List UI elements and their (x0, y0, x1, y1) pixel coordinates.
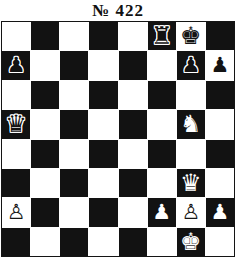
square-f1[interactable] (148, 228, 176, 256)
piece-black-queen: ♛ (5, 112, 27, 136)
square-e6[interactable] (119, 81, 147, 109)
square-d2[interactable] (89, 198, 117, 226)
square-e4[interactable] (119, 140, 147, 168)
square-g1[interactable]: ♚ (177, 228, 205, 256)
square-h6[interactable] (206, 81, 234, 109)
square-a1[interactable] (2, 228, 30, 256)
square-a5[interactable]: ♛ (2, 110, 30, 138)
square-e2[interactable] (119, 198, 147, 226)
square-d5[interactable] (89, 110, 117, 138)
square-h8[interactable] (206, 22, 234, 50)
square-a6[interactable] (2, 81, 30, 109)
piece-black-king: ♚ (180, 24, 202, 48)
square-f8[interactable]: ♜ (148, 22, 176, 50)
square-g7[interactable]: ♟ (177, 51, 205, 79)
square-e5[interactable] (119, 110, 147, 138)
piece-white-king: ♚ (180, 230, 202, 254)
piece-white-pawn: ♙ (181, 202, 200, 223)
square-f7[interactable] (148, 51, 176, 79)
square-f6[interactable] (148, 81, 176, 109)
square-c5[interactable] (60, 110, 88, 138)
square-b1[interactable] (31, 228, 59, 256)
square-c7[interactable] (60, 51, 88, 79)
square-d3[interactable] (89, 169, 117, 197)
square-d8[interactable] (89, 22, 117, 50)
square-h3[interactable] (206, 169, 234, 197)
piece-black-pawn: ♟ (211, 55, 230, 76)
square-d4[interactable] (89, 140, 117, 168)
piece-black-pawn: ♟ (7, 55, 26, 76)
square-g6[interactable] (177, 81, 205, 109)
piece-black-pawn: ♟ (181, 55, 200, 76)
square-c1[interactable] (60, 228, 88, 256)
piece-white-pawn: ♟ (152, 202, 171, 223)
square-g8[interactable]: ♚ (177, 22, 205, 50)
square-e3[interactable] (119, 169, 147, 197)
square-f3[interactable] (148, 169, 176, 197)
square-b6[interactable] (31, 81, 59, 109)
square-h5[interactable] (206, 110, 234, 138)
square-a3[interactable] (2, 169, 30, 197)
piece-white-pawn: ♙ (7, 202, 26, 223)
square-a7[interactable]: ♟ (2, 51, 30, 79)
square-g3[interactable]: ♛ (177, 169, 205, 197)
square-e7[interactable] (119, 51, 147, 79)
piece-white-knight: ♞ (180, 112, 202, 136)
square-b8[interactable] (31, 22, 59, 50)
diagram-number: № 422 (0, 0, 236, 21)
square-b7[interactable] (31, 51, 59, 79)
square-g4[interactable] (177, 140, 205, 168)
square-a2[interactable]: ♙ (2, 198, 30, 226)
piece-white-queen: ♛ (180, 171, 202, 195)
square-c2[interactable] (60, 198, 88, 226)
square-h4[interactable] (206, 140, 234, 168)
square-a4[interactable] (2, 140, 30, 168)
square-e1[interactable] (119, 228, 147, 256)
square-d1[interactable] (89, 228, 117, 256)
square-h1[interactable] (206, 228, 234, 256)
square-c6[interactable] (60, 81, 88, 109)
square-d6[interactable] (89, 81, 117, 109)
square-f2[interactable]: ♟ (148, 198, 176, 226)
square-h2[interactable]: ♟ (206, 198, 234, 226)
square-f5[interactable] (148, 110, 176, 138)
square-e8[interactable] (119, 22, 147, 50)
square-a8[interactable] (2, 22, 30, 50)
chess-board: ♜♚♟♟♟♛♞♛♙♟♙♟♚ (1, 21, 235, 257)
square-b3[interactable] (31, 169, 59, 197)
square-c8[interactable] (60, 22, 88, 50)
square-b5[interactable] (31, 110, 59, 138)
square-c4[interactable] (60, 140, 88, 168)
square-f4[interactable] (148, 140, 176, 168)
square-b4[interactable] (31, 140, 59, 168)
square-h7[interactable]: ♟ (206, 51, 234, 79)
square-c3[interactable] (60, 169, 88, 197)
square-d7[interactable] (89, 51, 117, 79)
square-g2[interactable]: ♙ (177, 198, 205, 226)
square-b2[interactable] (31, 198, 59, 226)
square-g5[interactable]: ♞ (177, 110, 205, 138)
piece-white-pawn: ♟ (211, 202, 230, 223)
piece-black-rook: ♜ (151, 24, 173, 48)
